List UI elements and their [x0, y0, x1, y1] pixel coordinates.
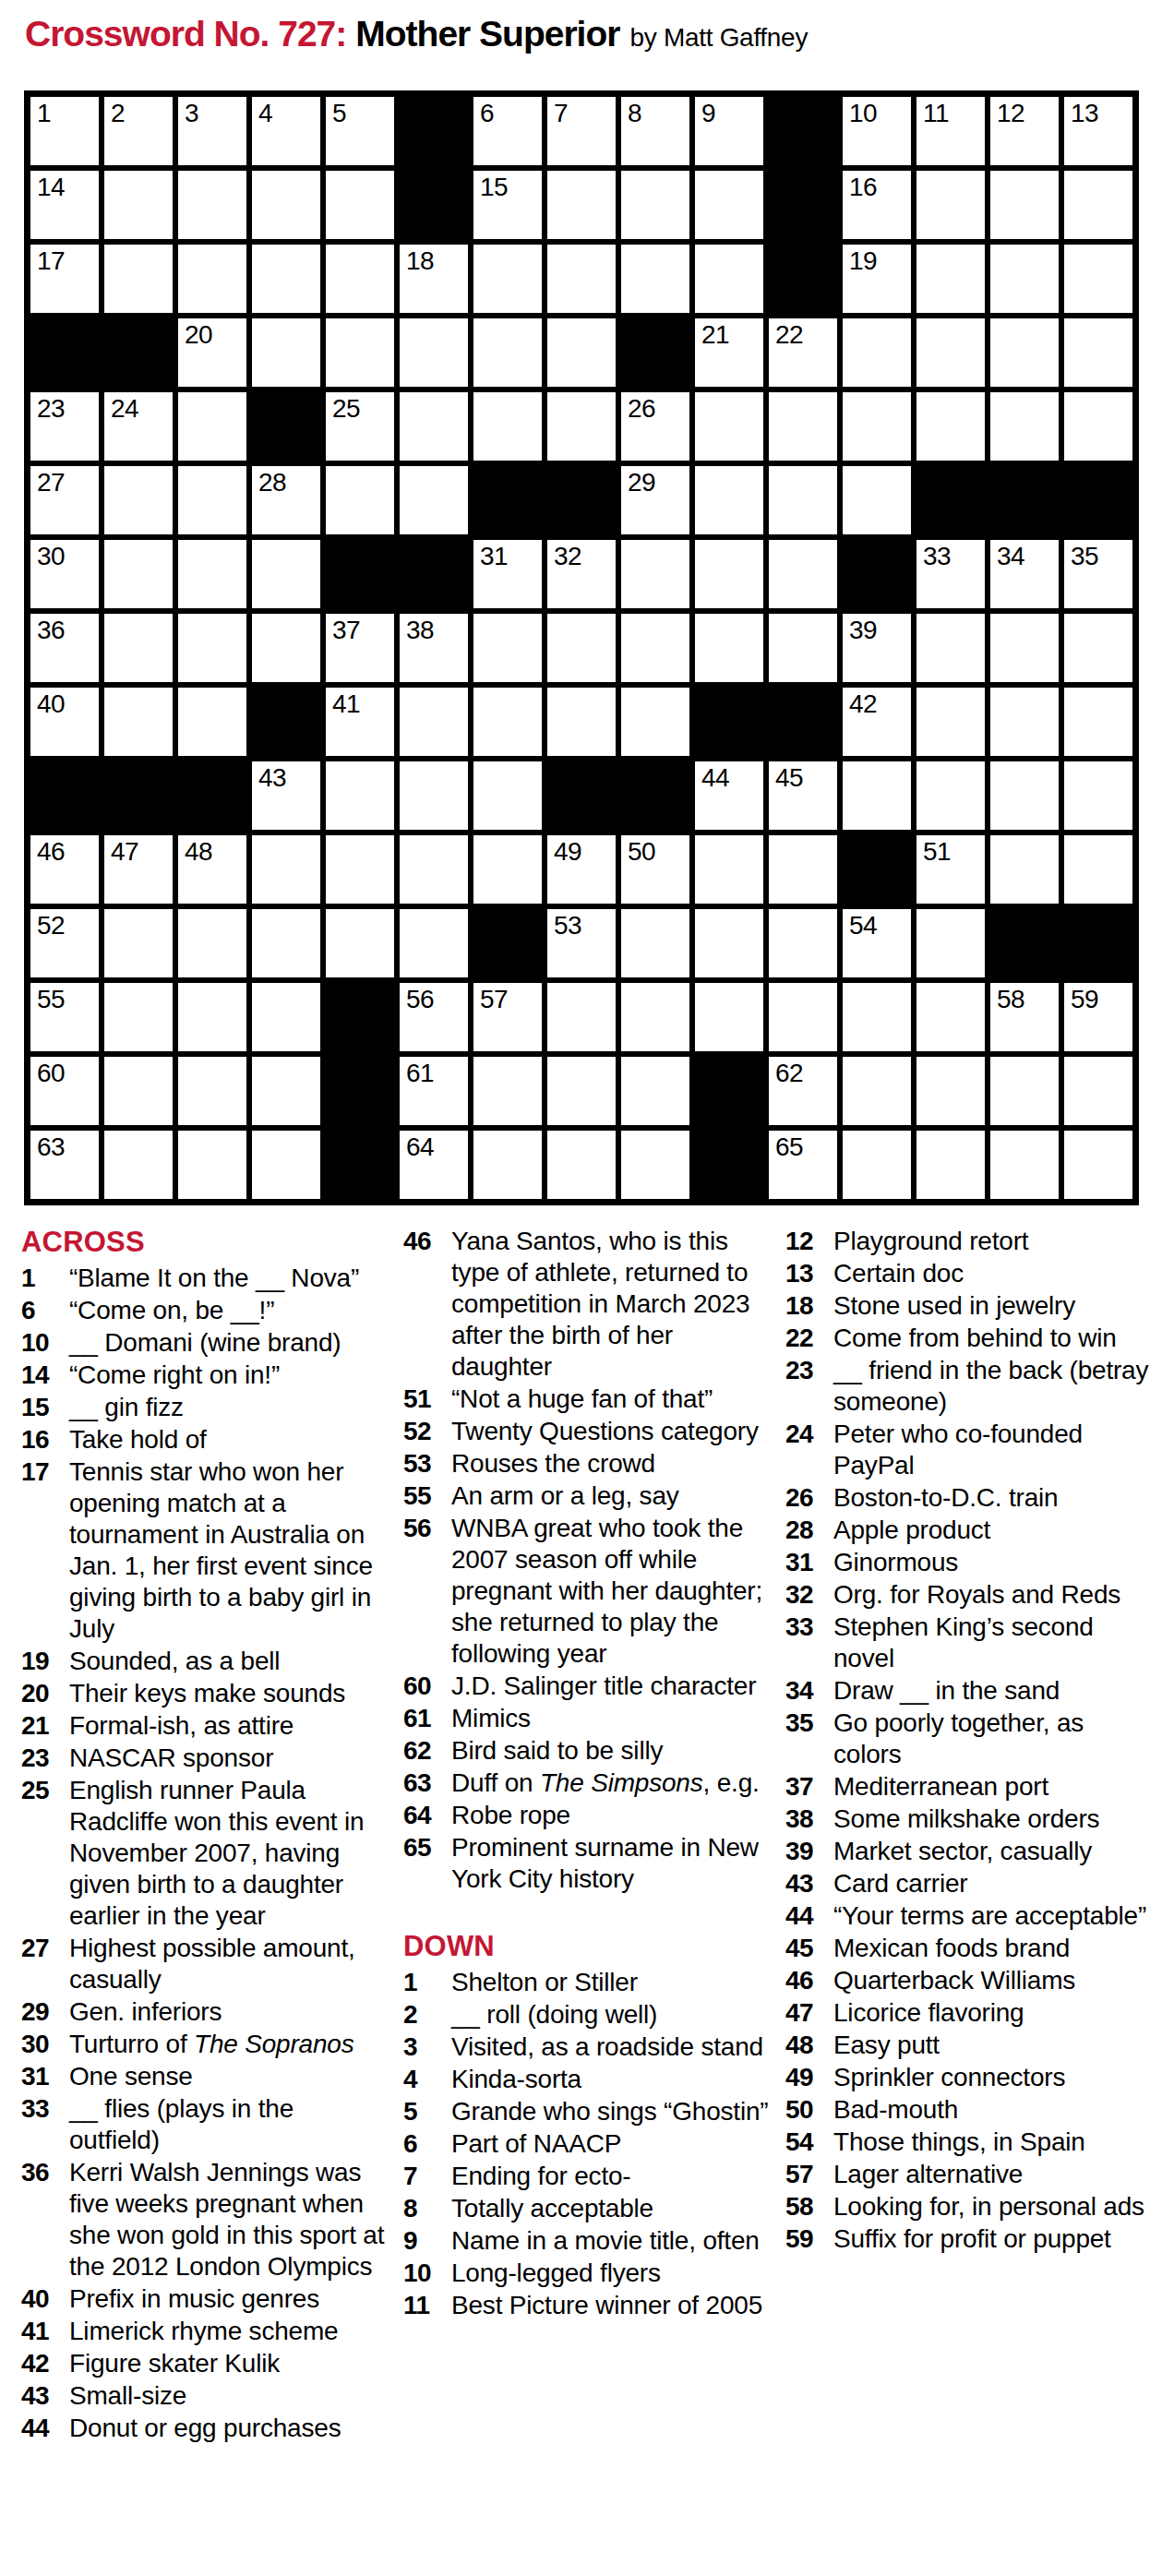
grid-cell-r8c2[interactable] [104, 614, 173, 682]
clue-item-29: 29Gen. inferiors [21, 1996, 387, 2028]
grid-cell-r3c13[interactable] [916, 245, 985, 313]
cell-number: 39 [849, 617, 877, 643]
clue-text: Turturro of The Sopranos [69, 2029, 387, 2060]
grid-cell-r11c15[interactable] [1064, 835, 1132, 904]
grid-cell-r15c15[interactable] [1064, 1131, 1132, 1199]
grid-cell-r2c4[interactable] [252, 171, 320, 239]
grid-cell-r13c6[interactable]: 56 [400, 983, 468, 1051]
grid-cell-r12c12[interactable]: 54 [843, 909, 911, 977]
grid-cell-r9c15[interactable] [1064, 688, 1132, 756]
clue-text: Stone used in jewelry [833, 1290, 1151, 1322]
grid-cell-r10c11[interactable]: 45 [769, 761, 837, 830]
grid-cell-r7c13[interactable]: 33 [916, 540, 985, 608]
grid-cell-r13c2[interactable] [104, 983, 173, 1051]
grid-cell-r6c4[interactable]: 28 [252, 466, 320, 534]
block-cell-r9c4 [252, 688, 320, 756]
grid-cell-r10c6[interactable] [400, 761, 468, 830]
clue-number: 35 [785, 1707, 833, 1770]
cell-number: 35 [1071, 544, 1098, 569]
grid-cell-r13c13[interactable] [916, 983, 985, 1051]
cell-number: 43 [258, 765, 286, 791]
grid-cell-r11c11[interactable] [769, 835, 837, 904]
grid-cell-r7c3[interactable] [178, 540, 246, 608]
clue-text: Draw __ in the sand [833, 1675, 1151, 1707]
grid-cell-r12c2[interactable] [104, 909, 173, 977]
grid-cell-r9c2[interactable] [104, 688, 173, 756]
clue-number: 18 [785, 1290, 833, 1322]
grid-cell-r1c2[interactable]: 2 [104, 97, 173, 165]
grid-cell-r10c10[interactable]: 44 [695, 761, 763, 830]
grid-cell-r6c5[interactable] [326, 466, 394, 534]
cell-number: 46 [37, 839, 65, 865]
grid-cell-r15c4[interactable] [252, 1131, 320, 1199]
cell-number: 27 [37, 470, 65, 496]
clue-number: 6 [21, 1295, 69, 1326]
clue-number: 48 [785, 2030, 833, 2061]
clue-text: Come from behind to win [833, 1323, 1151, 1354]
grid-cell-r4c10[interactable]: 21 [695, 318, 763, 387]
clue-number: 9 [403, 2225, 451, 2257]
grid-cell-r13c14[interactable]: 58 [990, 983, 1059, 1051]
grid-cell-r7c1[interactable]: 30 [30, 540, 99, 608]
grid-cell-r15c14[interactable] [990, 1131, 1059, 1199]
grid-cell-r5c1[interactable]: 23 [30, 392, 99, 461]
clue-text: Visited, as a roadside stand [451, 2031, 769, 2063]
grid-cell-r11c9[interactable]: 50 [621, 835, 689, 904]
clue-number: 5 [403, 2096, 451, 2127]
grid-cell-r1c15[interactable]: 13 [1064, 97, 1132, 165]
grid-cell-r5c6[interactable] [400, 392, 468, 461]
grid-cell-r13c1[interactable]: 55 [30, 983, 99, 1051]
grid-cell-r15c8[interactable] [547, 1131, 616, 1199]
grid-cell-r1c7[interactable]: 6 [473, 97, 542, 165]
block-cell-r6c8 [547, 466, 616, 534]
cell-number: 40 [37, 691, 65, 717]
grid-cell-r12c1[interactable]: 52 [30, 909, 99, 977]
clue-text: WNBA great who took the 2007 season off … [451, 1513, 769, 1670]
grid-cell-r14c2[interactable] [104, 1057, 173, 1125]
clue-text: Org. for Royals and Reds [833, 1579, 1151, 1611]
grid-cell-r8c4[interactable] [252, 614, 320, 682]
grid-cell-r8c9[interactable] [621, 614, 689, 682]
grid-cell-r14c7[interactable] [473, 1057, 542, 1125]
grid-cell-r4c3[interactable]: 20 [178, 318, 246, 387]
grid-cell-r7c14[interactable]: 34 [990, 540, 1059, 608]
grid-cell-r4c8[interactable] [547, 318, 616, 387]
clue-item-28: 28Apple product [785, 1515, 1151, 1546]
grid-cell-r5c15[interactable] [1064, 392, 1132, 461]
grid-cell-r8c10[interactable] [695, 614, 763, 682]
grid-cell-r7c2[interactable] [104, 540, 173, 608]
clue-text: __ Domani (wine brand) [69, 1327, 387, 1359]
clue-item-1: 1Shelton or Stiller [403, 1967, 769, 1998]
grid-cell-r1c8[interactable]: 7 [547, 97, 616, 165]
grid-cell-r2c9[interactable] [621, 171, 689, 239]
grid-cell-r7c8[interactable]: 32 [547, 540, 616, 608]
grid-cell-r12c6[interactable] [400, 909, 468, 977]
grid-cell-r15c7[interactable] [473, 1131, 542, 1199]
grid-cell-r6c10[interactable] [695, 466, 763, 534]
cell-number: 20 [185, 322, 212, 348]
grid-cell-r11c6[interactable] [400, 835, 468, 904]
clue-text: Sprinkler connectors [833, 2062, 1151, 2093]
grid-cell-r1c13[interactable]: 11 [916, 97, 985, 165]
grid-cell-r5c13[interactable] [916, 392, 985, 461]
grid-cell-r11c2[interactable]: 47 [104, 835, 173, 904]
grid-cell-r12c4[interactable] [252, 909, 320, 977]
block-cell-r12c14 [990, 909, 1059, 977]
clue-text: Looking for, in personal ads [833, 2191, 1151, 2223]
grid-cell-r13c12[interactable] [843, 983, 911, 1051]
grid-cell-r3c14[interactable] [990, 245, 1059, 313]
grid-cell-r8c13[interactable] [916, 614, 985, 682]
grid-cell-r1c3[interactable]: 3 [178, 97, 246, 165]
clue-number: 56 [403, 1513, 451, 1670]
grid-cell-r1c12[interactable]: 10 [843, 97, 911, 165]
grid-cell-r11c13[interactable]: 51 [916, 835, 985, 904]
clue-item-57: 57Lager alternative [785, 2159, 1151, 2190]
grid-cell-r15c9[interactable] [621, 1131, 689, 1199]
cell-number: 3 [185, 101, 198, 126]
grid-cell-r5c3[interactable] [178, 392, 246, 461]
grid-cell-r10c14[interactable] [990, 761, 1059, 830]
grid-cell-r13c15[interactable]: 59 [1064, 983, 1132, 1051]
block-cell-r15c10 [695, 1131, 763, 1199]
grid-cell-r9c9[interactable] [621, 688, 689, 756]
grid-cell-r8c11[interactable] [769, 614, 837, 682]
grid-cell-r12c9[interactable] [621, 909, 689, 977]
clue-item-43: 43Small-size [21, 2380, 387, 2412]
clue-number: 50 [785, 2094, 833, 2126]
grid-cell-r11c14[interactable] [990, 835, 1059, 904]
grid-cell-r6c12[interactable] [843, 466, 911, 534]
clue-item-2: 2__ roll (doing well) [403, 1999, 769, 2031]
grid-cell-r14c12[interactable] [843, 1057, 911, 1125]
grid-cell-r2c8[interactable] [547, 171, 616, 239]
grid-cell-r7c9[interactable] [621, 540, 689, 608]
clue-text: “Blame It on the __ Nova” [69, 1263, 387, 1294]
grid-cell-r9c14[interactable] [990, 688, 1059, 756]
grid-cell-r6c9[interactable]: 29 [621, 466, 689, 534]
grid-cell-r5c12[interactable] [843, 392, 911, 461]
title-byline: by Matt Gaffney [629, 23, 808, 52]
clue-item-59: 59Suffix for profit or puppet [785, 2223, 1151, 2255]
grid-cell-r15c2[interactable] [104, 1131, 173, 1199]
clue-number: 22 [785, 1323, 833, 1354]
grid-cell-r10c13[interactable] [916, 761, 985, 830]
grid-cell-r3c8[interactable] [547, 245, 616, 313]
clue-text: Easy putt [833, 2030, 1151, 2061]
cell-number: 6 [480, 101, 494, 126]
block-cell-r14c5 [326, 1057, 394, 1125]
grid-cell-r4c14[interactable] [990, 318, 1059, 387]
clue-text: “Not a huge fan of that” [451, 1384, 769, 1415]
grid-cell-r7c15[interactable]: 35 [1064, 540, 1132, 608]
grid-cell-r2c7[interactable]: 15 [473, 171, 542, 239]
clue-item-62: 62Bird said to be silly [403, 1735, 769, 1767]
grid-cell-r11c5[interactable] [326, 835, 394, 904]
grid-cell-r3c6[interactable]: 18 [400, 245, 468, 313]
grid-cell-r4c7[interactable] [473, 318, 542, 387]
clue-number: 64 [403, 1800, 451, 1831]
grid-cell-r5c14[interactable] [990, 392, 1059, 461]
block-cell-r10c1 [30, 761, 99, 830]
grid-cell-r6c11[interactable] [769, 466, 837, 534]
clue-number: 8 [403, 2193, 451, 2224]
grid-cell-r13c9[interactable] [621, 983, 689, 1051]
clue-number: 34 [785, 1675, 833, 1707]
grid-cell-r8c15[interactable] [1064, 614, 1132, 682]
grid-cell-r5c2[interactable]: 24 [104, 392, 173, 461]
clue-text: Prefix in music genres [69, 2283, 387, 2315]
grid-cell-r5c8[interactable] [547, 392, 616, 461]
grid-cell-r15c13[interactable] [916, 1131, 985, 1199]
grid-cell-r13c3[interactable] [178, 983, 246, 1051]
grid-cell-r14c4[interactable] [252, 1057, 320, 1125]
grid-cell-r1c5[interactable]: 5 [326, 97, 394, 165]
clue-text: Tennis star who won her opening match at… [69, 1456, 387, 1645]
grid-cell-r10c5[interactable] [326, 761, 394, 830]
clue-text: Quarterback Williams [833, 1965, 1151, 1996]
clue-item-19: 19Sounded, as a bell [21, 1646, 387, 1677]
cell-number: 1 [37, 101, 51, 126]
clue-item-4: 4Kinda-sorta [403, 2064, 769, 2095]
clue-text: Market sector, casually [833, 1836, 1151, 1867]
grid-cell-r14c8[interactable] [547, 1057, 616, 1125]
grid-cell-r5c10[interactable] [695, 392, 763, 461]
cell-number: 34 [997, 544, 1024, 569]
cell-number: 62 [775, 1060, 803, 1086]
clue-text: J.D. Salinger title character [451, 1671, 769, 1702]
grid-cell-r9c6[interactable] [400, 688, 468, 756]
grid-cell-r1c10[interactable]: 9 [695, 97, 763, 165]
grid-cell-r11c1[interactable]: 46 [30, 835, 99, 904]
grid-cell-r14c14[interactable] [990, 1057, 1059, 1125]
clue-number: 51 [403, 1384, 451, 1415]
grid-cell-r8c5[interactable]: 37 [326, 614, 394, 682]
grid-cell-r14c6[interactable]: 61 [400, 1057, 468, 1125]
clue-number: 61 [403, 1703, 451, 1734]
grid-cell-r6c3[interactable] [178, 466, 246, 534]
grid-cell-r3c4[interactable] [252, 245, 320, 313]
grid-cell-r3c5[interactable] [326, 245, 394, 313]
grid-cell-r3c9[interactable] [621, 245, 689, 313]
grid-cell-r5c9[interactable]: 26 [621, 392, 689, 461]
grid-cell-r11c8[interactable]: 49 [547, 835, 616, 904]
clue-text: Playground retort [833, 1226, 1151, 1257]
grid-cell-r2c2[interactable] [104, 171, 173, 239]
grid-cell-r7c7[interactable]: 31 [473, 540, 542, 608]
clue-number: 13 [785, 1258, 833, 1289]
grid-cell-r2c15[interactable] [1064, 171, 1132, 239]
grid-cell-r15c3[interactable] [178, 1131, 246, 1199]
cell-number: 29 [628, 470, 655, 496]
grid-cell-r3c3[interactable] [178, 245, 246, 313]
clue-item-33: 33__ flies (plays in the outfield) [21, 2093, 387, 2156]
clue-item-31: 31One sense [21, 2061, 387, 2092]
grid-cell-r9c5[interactable]: 41 [326, 688, 394, 756]
grid-cell-r3c12[interactable]: 19 [843, 245, 911, 313]
clue-number: 7 [403, 2161, 451, 2192]
grid-cell-r13c4[interactable] [252, 983, 320, 1051]
cell-number: 32 [554, 544, 581, 569]
grid-cell-r8c12[interactable]: 39 [843, 614, 911, 682]
grid-cell-r12c11[interactable] [769, 909, 837, 977]
clue-text: Formal-ish, as attire [69, 1710, 387, 1742]
clue-number: 31 [21, 2061, 69, 2092]
grid-cell-r2c13[interactable] [916, 171, 985, 239]
clue-number: 11 [403, 2290, 451, 2321]
clue-text: “Your terms are acceptable” [833, 1900, 1151, 1932]
grid-cell-r13c7[interactable]: 57 [473, 983, 542, 1051]
clue-text: Bad-mouth [833, 2094, 1151, 2126]
grid-cell-r10c7[interactable] [473, 761, 542, 830]
clue-item-27: 27Highest possible amount, casually [21, 1933, 387, 1995]
grid-cell-r14c9[interactable] [621, 1057, 689, 1125]
grid-cell-r1c14[interactable]: 12 [990, 97, 1059, 165]
grid-cell-r4c11[interactable]: 22 [769, 318, 837, 387]
grid-cell-r6c1[interactable]: 27 [30, 466, 99, 534]
clue-text: Apple product [833, 1515, 1151, 1546]
grid-cell-r3c7[interactable] [473, 245, 542, 313]
grid-cell-r3c1[interactable]: 17 [30, 245, 99, 313]
grid-cell-r11c4[interactable] [252, 835, 320, 904]
grid-cell-r12c10[interactable] [695, 909, 763, 977]
grid-cell-r13c8[interactable] [547, 983, 616, 1051]
grid-cell-r15c6[interactable]: 64 [400, 1131, 468, 1199]
grid-cell-r1c4[interactable]: 4 [252, 97, 320, 165]
grid-cell-r4c15[interactable] [1064, 318, 1132, 387]
grid-cell-r10c15[interactable] [1064, 761, 1132, 830]
grid-cell-r2c10[interactable] [695, 171, 763, 239]
cell-number: 13 [1071, 101, 1098, 126]
cell-number: 56 [406, 987, 434, 1012]
block-cell-r11c12 [843, 835, 911, 904]
grid-cell-r12c5[interactable] [326, 909, 394, 977]
grid-cell-r14c15[interactable] [1064, 1057, 1132, 1125]
grid-cell-r14c11[interactable]: 62 [769, 1057, 837, 1125]
grid-cell-r9c8[interactable] [547, 688, 616, 756]
clue-item-40: 40Prefix in music genres [21, 2283, 387, 2315]
grid-cell-r9c12[interactable]: 42 [843, 688, 911, 756]
grid-cell-r4c5[interactable] [326, 318, 394, 387]
grid-cell-r5c11[interactable] [769, 392, 837, 461]
grid-cell-r8c1[interactable]: 36 [30, 614, 99, 682]
grid-cell-r10c12[interactable] [843, 761, 911, 830]
clue-item-46: 46Yana Santos, who is this type of athle… [403, 1226, 769, 1383]
grid-cell-r8c7[interactable] [473, 614, 542, 682]
clue-number: 21 [21, 1710, 69, 1742]
grid-cell-r7c4[interactable] [252, 540, 320, 608]
clue-number: 31 [785, 1547, 833, 1578]
clue-number: 16 [21, 1424, 69, 1456]
grid-cell-r5c7[interactable] [473, 392, 542, 461]
grid-cell-r9c7[interactable] [473, 688, 542, 756]
grid-cell-r4c13[interactable] [916, 318, 985, 387]
grid-cell-r12c8[interactable]: 53 [547, 909, 616, 977]
grid-cell-r8c14[interactable] [990, 614, 1059, 682]
grid-cell-r13c11[interactable] [769, 983, 837, 1051]
grid-cell-r2c3[interactable] [178, 171, 246, 239]
grid-cell-r11c10[interactable] [695, 835, 763, 904]
clue-item-56: 56WNBA great who took the 2007 season of… [403, 1513, 769, 1670]
clue-item-63: 63Duff on The Simpsons, e.g. [403, 1767, 769, 1799]
grid-cell-r1c9[interactable]: 8 [621, 97, 689, 165]
clue-text: Mimics [451, 1703, 769, 1734]
grid-cell-r2c5[interactable] [326, 171, 394, 239]
grid-cell-r15c12[interactable] [843, 1131, 911, 1199]
grid-cell-r4c4[interactable] [252, 318, 320, 387]
grid-cell-r5c5[interactable]: 25 [326, 392, 394, 461]
clue-number: 43 [21, 2380, 69, 2412]
grid-cell-r11c3[interactable]: 48 [178, 835, 246, 904]
cell-number: 4 [258, 101, 272, 126]
grid-cell-r6c2[interactable] [104, 466, 173, 534]
clue-number: 53 [403, 1448, 451, 1480]
grid-cell-r4c6[interactable] [400, 318, 468, 387]
cell-number: 38 [406, 617, 434, 643]
grid-cell-r9c1[interactable]: 40 [30, 688, 99, 756]
grid-cell-r9c3[interactable] [178, 688, 246, 756]
grid-cell-r12c13[interactable] [916, 909, 985, 977]
clue-number: 47 [785, 1997, 833, 2029]
clue-number: 12 [785, 1226, 833, 1257]
grid-cell-r9c13[interactable] [916, 688, 985, 756]
grid-cell-r3c10[interactable] [695, 245, 763, 313]
grid-cell-r7c11[interactable] [769, 540, 837, 608]
cell-number: 59 [1071, 987, 1098, 1012]
grid-cell-r11c7[interactable] [473, 835, 542, 904]
clue-text: Grande who sings “Ghostin” [451, 2096, 769, 2127]
grid-cell-r2c1[interactable]: 14 [30, 171, 99, 239]
grid-cell-r2c12[interactable]: 16 [843, 171, 911, 239]
grid-cell-r14c13[interactable] [916, 1057, 985, 1125]
clue-item-49: 49Sprinkler connectors [785, 2062, 1151, 2093]
clue-text: Robe rope [451, 1800, 769, 1831]
grid-cell-r10c4[interactable]: 43 [252, 761, 320, 830]
clue-item-8: 8Totally acceptable [403, 2193, 769, 2224]
grid-cell-r4c12[interactable] [843, 318, 911, 387]
clue-item-10: 10__ Domani (wine brand) [21, 1327, 387, 1359]
grid-cell-r12c3[interactable] [178, 909, 246, 977]
cell-number: 41 [332, 691, 360, 717]
cell-number: 58 [997, 987, 1024, 1012]
grid-cell-r8c8[interactable] [547, 614, 616, 682]
grid-cell-r3c15[interactable] [1064, 245, 1132, 313]
clue-number: 39 [785, 1836, 833, 1867]
grid-cell-r14c1[interactable]: 60 [30, 1057, 99, 1125]
clue-number: 4 [403, 2064, 451, 2095]
grid-cell-r7c10[interactable] [695, 540, 763, 608]
grid-cell-r3c2[interactable] [104, 245, 173, 313]
clue-item-53: 53Rouses the crowd [403, 1448, 769, 1480]
grid-cell-r8c6[interactable]: 38 [400, 614, 468, 682]
grid-cell-r14c3[interactable] [178, 1057, 246, 1125]
grid-cell-r2c14[interactable] [990, 171, 1059, 239]
grid-cell-r1c1[interactable]: 1 [30, 97, 99, 165]
clue-item-22: 22Come from behind to win [785, 1323, 1151, 1354]
grid-cell-r15c11[interactable]: 65 [769, 1131, 837, 1199]
block-cell-r14c10 [695, 1057, 763, 1125]
clue-item-14: 14“Come right on in!” [21, 1360, 387, 1391]
grid-cell-r13c10[interactable] [695, 983, 763, 1051]
cell-number: 60 [37, 1060, 65, 1086]
grid-cell-r6c6[interactable] [400, 466, 468, 534]
cell-number: 19 [849, 248, 877, 274]
grid-cell-r8c3[interactable] [178, 614, 246, 682]
grid-cell-r15c1[interactable]: 63 [30, 1131, 99, 1199]
clue-text: English runner Paula Radcliffe won this … [69, 1775, 387, 1932]
